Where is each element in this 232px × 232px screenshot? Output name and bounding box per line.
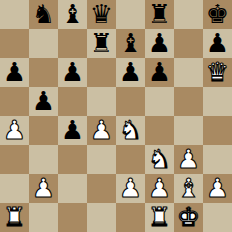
square-e4[interactable]: ♞: [116, 116, 145, 145]
square-h1[interactable]: [203, 203, 232, 232]
square-e1[interactable]: [116, 203, 145, 232]
square-f6[interactable]: ♟: [145, 58, 174, 87]
square-b2[interactable]: ♟: [29, 174, 58, 203]
square-e6[interactable]: ♟: [116, 58, 145, 87]
square-d5[interactable]: [87, 87, 116, 116]
black-pawn[interactable]: ♟: [3, 58, 26, 87]
white-queen[interactable]: ♛: [206, 58, 229, 87]
black-pawn[interactable]: ♟: [206, 29, 229, 58]
white-pawn[interactable]: ♟: [32, 174, 55, 203]
black-pawn[interactable]: ♟: [148, 58, 171, 87]
black-king[interactable]: ♚: [206, 0, 229, 29]
square-g4[interactable]: [174, 116, 203, 145]
square-d4[interactable]: ♟: [87, 116, 116, 145]
square-h7[interactable]: ♟: [203, 29, 232, 58]
square-a7[interactable]: [0, 29, 29, 58]
white-pawn[interactable]: ♟: [206, 174, 229, 203]
square-b8[interactable]: ♞: [29, 0, 58, 29]
square-h8[interactable]: ♚: [203, 0, 232, 29]
square-g3[interactable]: ♟: [174, 145, 203, 174]
chess-board: ♞♝♛♜♚♜♝♟♟♟♟♟♟♛♟♟♟♟♞♞♟♟♟♟♝♟♜♜♚: [0, 0, 232, 232]
square-h2[interactable]: ♟: [203, 174, 232, 203]
square-g7[interactable]: [174, 29, 203, 58]
square-a5[interactable]: [0, 87, 29, 116]
square-a8[interactable]: [0, 0, 29, 29]
white-knight[interactable]: ♞: [148, 145, 171, 174]
square-a1[interactable]: ♜: [0, 203, 29, 232]
square-b1[interactable]: [29, 203, 58, 232]
square-a2[interactable]: [0, 174, 29, 203]
square-d2[interactable]: [87, 174, 116, 203]
square-c1[interactable]: [58, 203, 87, 232]
black-pawn[interactable]: ♟: [61, 58, 84, 87]
square-g5[interactable]: [174, 87, 203, 116]
black-pawn[interactable]: ♟: [61, 116, 84, 145]
square-g6[interactable]: [174, 58, 203, 87]
square-e3[interactable]: [116, 145, 145, 174]
square-f8[interactable]: ♜: [145, 0, 174, 29]
square-b7[interactable]: [29, 29, 58, 58]
square-f1[interactable]: ♜: [145, 203, 174, 232]
square-g8[interactable]: [174, 0, 203, 29]
square-c4[interactable]: ♟: [58, 116, 87, 145]
black-bishop[interactable]: ♝: [61, 0, 84, 29]
square-e7[interactable]: ♝: [116, 29, 145, 58]
square-c6[interactable]: ♟: [58, 58, 87, 87]
square-d3[interactable]: [87, 145, 116, 174]
white-knight[interactable]: ♞: [119, 116, 142, 145]
white-rook[interactable]: ♜: [3, 203, 26, 232]
square-d1[interactable]: [87, 203, 116, 232]
square-c5[interactable]: [58, 87, 87, 116]
black-pawn[interactable]: ♟: [148, 29, 171, 58]
square-e8[interactable]: [116, 0, 145, 29]
black-queen[interactable]: ♛: [90, 0, 113, 29]
white-pawn[interactable]: ♟: [177, 145, 200, 174]
square-h3[interactable]: [203, 145, 232, 174]
white-pawn[interactable]: ♟: [119, 174, 142, 203]
square-d7[interactable]: ♜: [87, 29, 116, 58]
square-e5[interactable]: [116, 87, 145, 116]
white-bishop[interactable]: ♝: [177, 174, 200, 203]
square-g2[interactable]: ♝: [174, 174, 203, 203]
square-a6[interactable]: ♟: [0, 58, 29, 87]
square-f3[interactable]: ♞: [145, 145, 174, 174]
black-pawn[interactable]: ♟: [32, 87, 55, 116]
square-h5[interactable]: [203, 87, 232, 116]
square-f4[interactable]: [145, 116, 174, 145]
white-king[interactable]: ♚: [177, 203, 200, 232]
square-b4[interactable]: [29, 116, 58, 145]
square-c2[interactable]: [58, 174, 87, 203]
square-d6[interactable]: [87, 58, 116, 87]
square-f5[interactable]: [145, 87, 174, 116]
white-pawn[interactable]: ♟: [90, 116, 113, 145]
black-rook[interactable]: ♜: [148, 0, 171, 29]
black-bishop[interactable]: ♝: [119, 29, 142, 58]
square-h6[interactable]: ♛: [203, 58, 232, 87]
square-c8[interactable]: ♝: [58, 0, 87, 29]
square-e2[interactable]: ♟: [116, 174, 145, 203]
white-rook[interactable]: ♜: [148, 203, 171, 232]
square-c7[interactable]: [58, 29, 87, 58]
square-f2[interactable]: ♟: [145, 174, 174, 203]
black-pawn[interactable]: ♟: [119, 58, 142, 87]
square-b6[interactable]: [29, 58, 58, 87]
white-pawn[interactable]: ♟: [148, 174, 171, 203]
square-f7[interactable]: ♟: [145, 29, 174, 58]
square-b3[interactable]: [29, 145, 58, 174]
black-rook[interactable]: ♜: [90, 29, 113, 58]
square-d8[interactable]: ♛: [87, 0, 116, 29]
square-h4[interactable]: [203, 116, 232, 145]
square-a4[interactable]: ♟: [0, 116, 29, 145]
square-g1[interactable]: ♚: [174, 203, 203, 232]
white-pawn[interactable]: ♟: [3, 116, 26, 145]
black-knight[interactable]: ♞: [32, 0, 55, 29]
square-a3[interactable]: [0, 145, 29, 174]
square-c3[interactable]: [58, 145, 87, 174]
square-b5[interactable]: ♟: [29, 87, 58, 116]
